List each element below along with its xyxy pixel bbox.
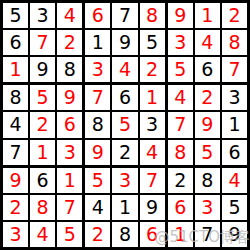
cell-r7c1[interactable]: 9 (3, 168, 28, 193)
box-2-2: 761853924 (85, 85, 164, 164)
cell-r8c2[interactable]: 8 (30, 195, 55, 220)
cell-r3c2[interactable]: 9 (30, 57, 55, 82)
cell-r3c1[interactable]: 1 (3, 57, 28, 82)
box-2-1: 859426713 (3, 85, 82, 164)
cell-r1c1[interactable]: 5 (3, 3, 28, 28)
cell-r5c2[interactable]: 2 (30, 112, 55, 137)
cell-r5c4[interactable]: 8 (85, 112, 110, 137)
cell-r1c9[interactable]: 2 (222, 3, 247, 28)
cell-r6c6[interactable]: 4 (140, 140, 165, 165)
cell-r3c5[interactable]: 4 (112, 57, 137, 82)
cell-r9c9[interactable]: 9 (222, 222, 247, 247)
cell-r6c8[interactable]: 5 (195, 140, 220, 165)
cell-r7c9[interactable]: 4 (222, 168, 247, 193)
cell-r6c7[interactable]: 8 (168, 140, 193, 165)
cell-r4c3[interactable]: 9 (57, 85, 82, 110)
cell-r6c3[interactable]: 3 (57, 140, 82, 165)
box-1-1: 534672198 (3, 3, 82, 82)
cell-r2c5[interactable]: 9 (112, 30, 137, 55)
cell-r4c7[interactable]: 4 (168, 85, 193, 110)
cell-r7c5[interactable]: 3 (112, 168, 137, 193)
cell-r6c1[interactable]: 7 (3, 140, 28, 165)
cell-r9c4[interactable]: 2 (85, 222, 110, 247)
cell-r1c8[interactable]: 1 (195, 3, 220, 28)
cell-r9c6[interactable]: 6 (140, 222, 165, 247)
cell-r5c8[interactable]: 9 (195, 112, 220, 137)
cell-r5c6[interactable]: 3 (140, 112, 165, 137)
cell-r1c2[interactable]: 3 (30, 3, 55, 28)
cell-r1c3[interactable]: 4 (57, 3, 82, 28)
cell-r7c3[interactable]: 1 (57, 168, 82, 193)
cell-r2c1[interactable]: 6 (3, 30, 28, 55)
box-1-2: 678195342 (85, 3, 164, 82)
cell-r9c8[interactable]: 7 (195, 222, 220, 247)
cell-r8c5[interactable]: 1 (112, 195, 137, 220)
cell-r3c8[interactable]: 6 (195, 57, 220, 82)
cell-r3c3[interactable]: 8 (57, 57, 82, 82)
cell-r7c4[interactable]: 5 (85, 168, 110, 193)
cell-r7c7[interactable]: 2 (168, 168, 193, 193)
cell-r2c7[interactable]: 3 (168, 30, 193, 55)
cell-r2c9[interactable]: 8 (222, 30, 247, 55)
cell-r9c2[interactable]: 4 (30, 222, 55, 247)
cell-r3c6[interactable]: 2 (140, 57, 165, 82)
cell-r5c3[interactable]: 6 (57, 112, 82, 137)
cell-r7c6[interactable]: 7 (140, 168, 165, 193)
sudoku-board: 5346721986781953429123485678594267137618… (0, 0, 250, 250)
cell-r1c7[interactable]: 9 (168, 3, 193, 28)
cell-r8c6[interactable]: 9 (140, 195, 165, 220)
cell-r5c9[interactable]: 1 (222, 112, 247, 137)
cell-r9c3[interactable]: 5 (57, 222, 82, 247)
box-3-1: 961287345 (3, 168, 82, 247)
cell-r3c9[interactable]: 7 (222, 57, 247, 82)
cell-r4c8[interactable]: 2 (195, 85, 220, 110)
cell-r8c9[interactable]: 5 (222, 195, 247, 220)
cell-r7c8[interactable]: 8 (195, 168, 220, 193)
cell-r4c4[interactable]: 7 (85, 85, 110, 110)
cell-r3c4[interactable]: 3 (85, 57, 110, 82)
cell-r1c6[interactable]: 8 (140, 3, 165, 28)
cell-r4c1[interactable]: 8 (3, 85, 28, 110)
cell-r6c5[interactable]: 2 (112, 140, 137, 165)
cell-r4c9[interactable]: 3 (222, 85, 247, 110)
cell-r6c9[interactable]: 6 (222, 140, 247, 165)
cell-r4c5[interactable]: 6 (112, 85, 137, 110)
cell-r2c2[interactable]: 7 (30, 30, 55, 55)
cell-r8c1[interactable]: 2 (3, 195, 28, 220)
cell-r8c8[interactable]: 3 (195, 195, 220, 220)
cell-r2c3[interactable]: 2 (57, 30, 82, 55)
cell-r4c6[interactable]: 1 (140, 85, 165, 110)
cell-r8c3[interactable]: 7 (57, 195, 82, 220)
box-1-3: 912348567 (168, 3, 247, 82)
cell-r2c4[interactable]: 1 (85, 30, 110, 55)
cell-r2c8[interactable]: 4 (195, 30, 220, 55)
cell-r9c1[interactable]: 3 (3, 222, 28, 247)
cell-r3c7[interactable]: 5 (168, 57, 193, 82)
cell-r8c7[interactable]: 6 (168, 195, 193, 220)
cell-r9c5[interactable]: 8 (112, 222, 137, 247)
cell-r5c1[interactable]: 4 (3, 112, 28, 137)
cell-r8c4[interactable]: 4 (85, 195, 110, 220)
cell-r1c4[interactable]: 6 (85, 3, 110, 28)
cell-r1c5[interactable]: 7 (112, 3, 137, 28)
box-2-3: 423791856 (168, 85, 247, 164)
box-3-2: 537419286 (85, 168, 164, 247)
cell-r4c2[interactable]: 5 (30, 85, 55, 110)
cell-r5c7[interactable]: 7 (168, 112, 193, 137)
box-3-3: 284635179 (168, 168, 247, 247)
cell-r7c2[interactable]: 6 (30, 168, 55, 193)
cell-r5c5[interactable]: 5 (112, 112, 137, 137)
cell-r6c4[interactable]: 9 (85, 140, 110, 165)
cell-r9c7[interactable]: 1 (168, 222, 193, 247)
cell-r6c2[interactable]: 1 (30, 140, 55, 165)
cell-r2c6[interactable]: 5 (140, 30, 165, 55)
